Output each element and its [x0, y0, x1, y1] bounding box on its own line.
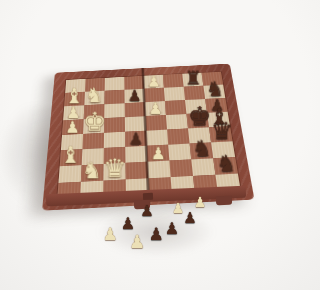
captured-pieces-tray: ♟♟♟♟♟♟♟♟♟ — [0, 0, 290, 290]
captured-white-pawn[interactable]: ♟ — [129, 233, 145, 251]
captured-black-pawn[interactable]: ♟ — [121, 216, 135, 232]
captured-black-pawn[interactable]: ♟ — [183, 211, 196, 226]
captured-black-pawn[interactable]: ♟ — [148, 226, 163, 243]
captured-black-pawn[interactable]: ♟ — [140, 204, 153, 219]
captured-white-pawn[interactable]: ♟ — [102, 226, 117, 243]
captured-black-pawn[interactable]: ♟ — [165, 221, 179, 237]
captured-white-pawn[interactable]: ♟ — [194, 195, 207, 209]
